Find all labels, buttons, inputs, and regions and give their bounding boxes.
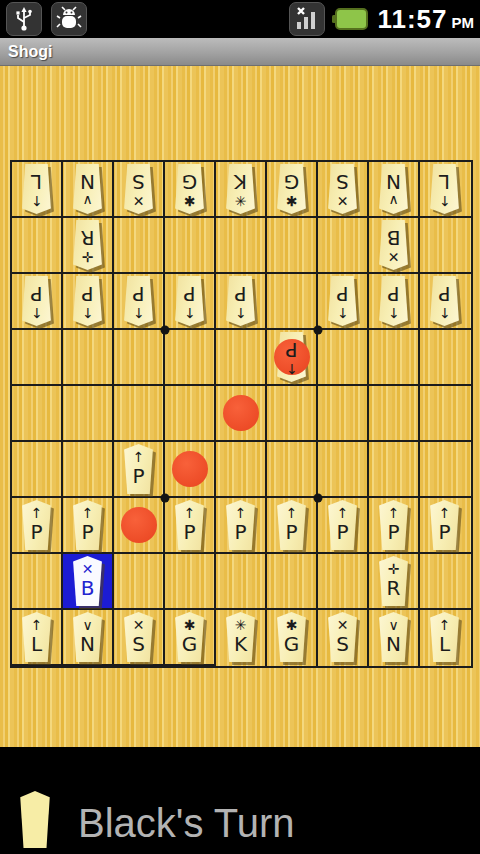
piece-label: ↑P: [167, 276, 212, 326]
piece-letter: G: [182, 633, 198, 655]
app-title-bar: Shogi: [0, 38, 480, 66]
usb-icon: [6, 2, 42, 36]
cell-5f[interactable]: [216, 442, 267, 498]
pawn-move-glyph: ↑: [31, 305, 43, 320]
black-koma-icon: [12, 791, 58, 848]
cell-6h[interactable]: [165, 554, 216, 610]
piece-label: ↑P: [371, 500, 416, 550]
piece-letter: L: [31, 633, 42, 655]
pawn-move-glyph: ↑: [133, 305, 145, 320]
cell-7g[interactable]: [114, 498, 165, 554]
pawn-move-glyph: ↑: [82, 506, 94, 521]
cell-1i[interactable]: ↑L: [420, 610, 471, 666]
cell-9i[interactable]: ↑L: [12, 610, 63, 666]
piece-letter: B: [81, 577, 95, 599]
piece-label: ✳K: [218, 164, 263, 214]
piece-letter: P: [30, 283, 42, 305]
cell-1f[interactable]: [420, 442, 471, 498]
piece-letter: S: [336, 633, 349, 655]
piece-label: ↑P: [116, 276, 161, 326]
piece-label: ↑P: [65, 500, 110, 550]
cell-3i[interactable]: ✕S: [318, 610, 369, 666]
cell-9a[interactable]: ↑L: [12, 162, 63, 218]
piece-label: ↑P: [65, 276, 110, 326]
cell-7c[interactable]: ↑P: [114, 274, 165, 330]
piece-label: ↑L: [422, 612, 467, 662]
silver-move-glyph: ✕: [337, 193, 349, 208]
piece-letter: N: [80, 633, 95, 655]
star-point: [161, 326, 170, 335]
piece-letter: N: [386, 633, 401, 655]
cell-7a[interactable]: ✕S: [114, 162, 165, 218]
knight-move-glyph: ∨: [388, 618, 398, 633]
cell-6d[interactable]: [165, 330, 216, 386]
cell-3b[interactable]: [318, 218, 369, 274]
piece-letter: P: [438, 521, 450, 543]
piece-label: ✕B: [65, 556, 110, 606]
piece-label: ✛R: [65, 220, 110, 270]
piece-letter: P: [336, 521, 348, 543]
piece-label: ✕S: [116, 164, 161, 214]
pawn-move-glyph: ↑: [439, 506, 451, 521]
piece-letter: G: [182, 171, 198, 193]
piece-letter: P: [132, 283, 144, 305]
gold-move-glyph: ✱: [286, 193, 298, 208]
piece-letter: B: [387, 227, 401, 249]
cell-3e[interactable]: [318, 386, 369, 442]
piece-label: ∨N: [371, 612, 416, 662]
piece-label: ✱G: [167, 612, 212, 662]
piece-letter: R: [387, 577, 401, 599]
cell-4b[interactable]: [267, 218, 318, 274]
piece-label: ✱G: [167, 164, 212, 214]
cell-1h[interactable]: [420, 554, 471, 610]
piece-letter: P: [183, 283, 195, 305]
cell-8f[interactable]: [63, 442, 114, 498]
cell-5e[interactable]: [216, 386, 267, 442]
app-window: 11:57 PM Shogi ↑L∨N✕S✱G✳K✱G✕S∨N↑L✛R✕B↑P↑…: [0, 0, 480, 854]
piece-label: ✕B: [371, 220, 416, 270]
cell-2g[interactable]: ↑P: [369, 498, 420, 554]
piece-letter: P: [81, 521, 93, 543]
cell-1e[interactable]: [420, 386, 471, 442]
cell-8g[interactable]: ↑P: [63, 498, 114, 554]
pawn-move-glyph: ↑: [286, 506, 298, 521]
piece-letter: S: [132, 171, 145, 193]
piece-letter: R: [81, 227, 95, 249]
star-point: [314, 326, 323, 335]
pawn-move-glyph: ↑: [133, 450, 145, 465]
piece-label: ↑P: [218, 500, 263, 550]
cell-2i[interactable]: ∨N: [369, 610, 420, 666]
cell-9e[interactable]: [12, 386, 63, 442]
piece-label: ✱G: [269, 164, 314, 214]
cell-4i[interactable]: ✱G: [267, 610, 318, 666]
cell-5c[interactable]: ↑P: [216, 274, 267, 330]
gold-move-glyph: ✱: [184, 193, 196, 208]
piece-label: ↑P: [14, 276, 59, 326]
cell-2b[interactable]: ✕B: [369, 218, 420, 274]
piece-label: ✳K: [218, 612, 263, 662]
clock-time: 11:57: [377, 4, 447, 35]
pawn-move-glyph: ↑: [286, 361, 298, 376]
cell-6c[interactable]: ↑P: [165, 274, 216, 330]
cell-3g[interactable]: ↑P: [318, 498, 369, 554]
piece-letter: P: [30, 521, 42, 543]
cell-6e[interactable]: [165, 386, 216, 442]
piece-letter: N: [386, 171, 401, 193]
cell-8b[interactable]: ✛R: [63, 218, 114, 274]
cell-2f[interactable]: [369, 442, 420, 498]
cell-3d[interactable]: [318, 330, 369, 386]
piece-letter: P: [234, 283, 246, 305]
cell-4d[interactable]: ↑P: [267, 330, 318, 386]
cell-8c[interactable]: ↑P: [63, 274, 114, 330]
cell-7b[interactable]: [114, 218, 165, 274]
cell-9f[interactable]: [12, 442, 63, 498]
star-point: [314, 494, 323, 503]
cell-8e[interactable]: [63, 386, 114, 442]
piece-label: ↑P: [269, 500, 314, 550]
pawn-move-glyph: ↑: [184, 305, 196, 320]
cell-4g[interactable]: ↑P: [267, 498, 318, 554]
pawn-move-glyph: ↑: [184, 506, 196, 521]
move-hint-dot[interactable]: [121, 507, 157, 543]
cell-7i[interactable]: ✕S: [114, 610, 165, 666]
cell-2c[interactable]: ↑P: [369, 274, 420, 330]
piece-letter: P: [438, 283, 450, 305]
piece-label: ↑P: [320, 500, 365, 550]
piece-label: ∨N: [65, 164, 110, 214]
piece-letter: P: [81, 283, 93, 305]
move-hint-dot[interactable]: [172, 451, 208, 487]
cell-6a[interactable]: ✱G: [165, 162, 216, 218]
piece-label: ∨N: [371, 164, 416, 214]
piece-label: ↑L: [422, 164, 467, 214]
cell-6f[interactable]: [165, 442, 216, 498]
piece-letter: K: [234, 633, 247, 655]
cell-4f[interactable]: [267, 442, 318, 498]
cell-4e[interactable]: [267, 386, 318, 442]
cell-7f[interactable]: ↑P: [114, 442, 165, 498]
piece-letter: P: [183, 521, 195, 543]
cell-8a[interactable]: ∨N: [63, 162, 114, 218]
cell-1b[interactable]: [420, 218, 471, 274]
pawn-move-glyph: ↑: [235, 305, 247, 320]
lance-move-glyph: ↑: [439, 618, 451, 633]
pawn-move-glyph: ↑: [337, 506, 349, 521]
cell-5g[interactable]: ↑P: [216, 498, 267, 554]
piece-label: ✕S: [320, 612, 365, 662]
piece-letter: K: [234, 171, 247, 193]
cell-4h[interactable]: [267, 554, 318, 610]
knight-move-glyph: ∨: [82, 193, 92, 208]
pawn-move-glyph: ↑: [337, 305, 349, 320]
cell-2a[interactable]: ∨N: [369, 162, 420, 218]
piece-letter: G: [284, 633, 300, 655]
piece-letter: L: [439, 633, 450, 655]
piece-label: ∨N: [65, 612, 110, 662]
cell-8i[interactable]: ∨N: [63, 610, 114, 666]
battery-icon: [331, 6, 369, 32]
piece-letter: S: [132, 633, 145, 655]
cell-6i[interactable]: ✱G: [165, 610, 216, 666]
cell-4a[interactable]: ✱G: [267, 162, 318, 218]
lance-move-glyph: ↑: [439, 193, 451, 208]
cell-3h[interactable]: [318, 554, 369, 610]
piece-letter: P: [336, 283, 348, 305]
piece-label: ↑L: [14, 612, 59, 662]
knight-move-glyph: ∨: [388, 193, 398, 208]
pawn-move-glyph: ↑: [235, 506, 247, 521]
piece-label: ↑P: [218, 276, 263, 326]
bishop-move-glyph: ✕: [388, 249, 400, 264]
cell-3c[interactable]: ↑P: [318, 274, 369, 330]
lance-move-glyph: ↑: [31, 193, 43, 208]
clock-meridiem: PM: [452, 8, 475, 31]
gold-move-glyph: ✱: [286, 618, 298, 633]
cell-9c[interactable]: ↑P: [12, 274, 63, 330]
knight-move-glyph: ∨: [82, 618, 92, 633]
piece-label: ↑P: [422, 276, 467, 326]
piece-label: ↑P: [371, 276, 416, 326]
piece-letter: L: [439, 171, 450, 193]
cell-9b[interactable]: [12, 218, 63, 274]
cell-7d[interactable]: [114, 330, 165, 386]
piece-label: ↑P: [167, 500, 212, 550]
rook-move-glyph: ✛: [388, 562, 400, 577]
turn-indicator-bar: Black's Turn: [0, 747, 480, 854]
cell-9d[interactable]: [12, 330, 63, 386]
piece-letter: P: [387, 521, 399, 543]
king-move-glyph: ✳: [235, 618, 247, 633]
pawn-move-glyph: ↑: [82, 305, 94, 320]
cell-5h[interactable]: [216, 554, 267, 610]
game-area: ↑L∨N✕S✱G✳K✱G✕S∨N↑L✛R✕B↑P↑P↑P↑P↑P↑P↑P↑P↑P…: [0, 66, 480, 747]
piece-label: ↑L: [14, 164, 59, 214]
app-title: Shogi: [8, 43, 52, 61]
cell-5i[interactable]: ✳K: [216, 610, 267, 666]
piece-label: ✛R: [371, 556, 416, 606]
cell-7e[interactable]: [114, 386, 165, 442]
piece-letter: G: [284, 171, 300, 193]
cell-1d[interactable]: [420, 330, 471, 386]
piece-letter: L: [31, 171, 42, 193]
star-point: [161, 494, 170, 503]
silver-move-glyph: ✕: [133, 618, 145, 633]
pawn-move-glyph: ↑: [439, 305, 451, 320]
rook-move-glyph: ✛: [82, 249, 94, 264]
cell-2h[interactable]: ✛R: [369, 554, 420, 610]
piece-label: ↑P: [320, 276, 365, 326]
bishop-move-glyph: ✕: [82, 562, 94, 577]
cell-1c[interactable]: ↑P: [420, 274, 471, 330]
piece-letter: P: [285, 339, 297, 361]
piece-label: ✕S: [320, 164, 365, 214]
piece-letter: N: [80, 171, 95, 193]
turn-label: Black's Turn: [78, 801, 295, 846]
move-hint-dot[interactable]: [223, 395, 259, 431]
pawn-move-glyph: ↑: [388, 506, 400, 521]
gold-move-glyph: ✱: [184, 618, 196, 633]
cell-9h[interactable]: [12, 554, 63, 610]
piece-letter: S: [336, 171, 349, 193]
cell-5b[interactable]: [216, 218, 267, 274]
piece-label: ✕S: [116, 612, 161, 662]
silver-move-glyph: ✕: [337, 618, 349, 633]
piece-letter: P: [132, 465, 144, 487]
cell-7h[interactable]: [114, 554, 165, 610]
cell-8h[interactable]: ✕B: [63, 554, 114, 610]
cell-5d[interactable]: [216, 330, 267, 386]
pawn-move-glyph: ↑: [388, 305, 400, 320]
adb-debug-icon: [51, 2, 87, 36]
piece-label: ↑P: [422, 500, 467, 550]
shogi-board[interactable]: ↑L∨N✕S✱G✳K✱G✕S∨N↑L✛R✕B↑P↑P↑P↑P↑P↑P↑P↑P↑P…: [10, 160, 473, 668]
piece-letter: P: [234, 521, 246, 543]
cell-3f[interactable]: [318, 442, 369, 498]
cell-6b[interactable]: [165, 218, 216, 274]
pawn-move-glyph: ↑: [31, 506, 43, 521]
cell-1a[interactable]: ↑L: [420, 162, 471, 218]
cell-4c[interactable]: [267, 274, 318, 330]
cell-2d[interactable]: [369, 330, 420, 386]
no-signal-icon: [289, 2, 325, 36]
piece-label: ↑P: [116, 444, 161, 494]
lance-move-glyph: ↑: [31, 618, 43, 633]
cell-5a[interactable]: ✳K: [216, 162, 267, 218]
cell-9g[interactable]: ↑P: [12, 498, 63, 554]
piece-label: ↑P: [269, 332, 314, 382]
silver-move-glyph: ✕: [133, 193, 145, 208]
cell-2e[interactable]: [369, 386, 420, 442]
cell-3a[interactable]: ✕S: [318, 162, 369, 218]
piece-label: ✱G: [269, 612, 314, 662]
cell-8d[interactable]: [63, 330, 114, 386]
piece-letter: P: [285, 521, 297, 543]
cell-1g[interactable]: ↑P: [420, 498, 471, 554]
king-move-glyph: ✳: [235, 193, 247, 208]
cell-6g[interactable]: ↑P: [165, 498, 216, 554]
piece-label: ↑P: [14, 500, 59, 550]
piece-letter: P: [387, 283, 399, 305]
android-status-bar: 11:57 PM: [0, 0, 480, 38]
